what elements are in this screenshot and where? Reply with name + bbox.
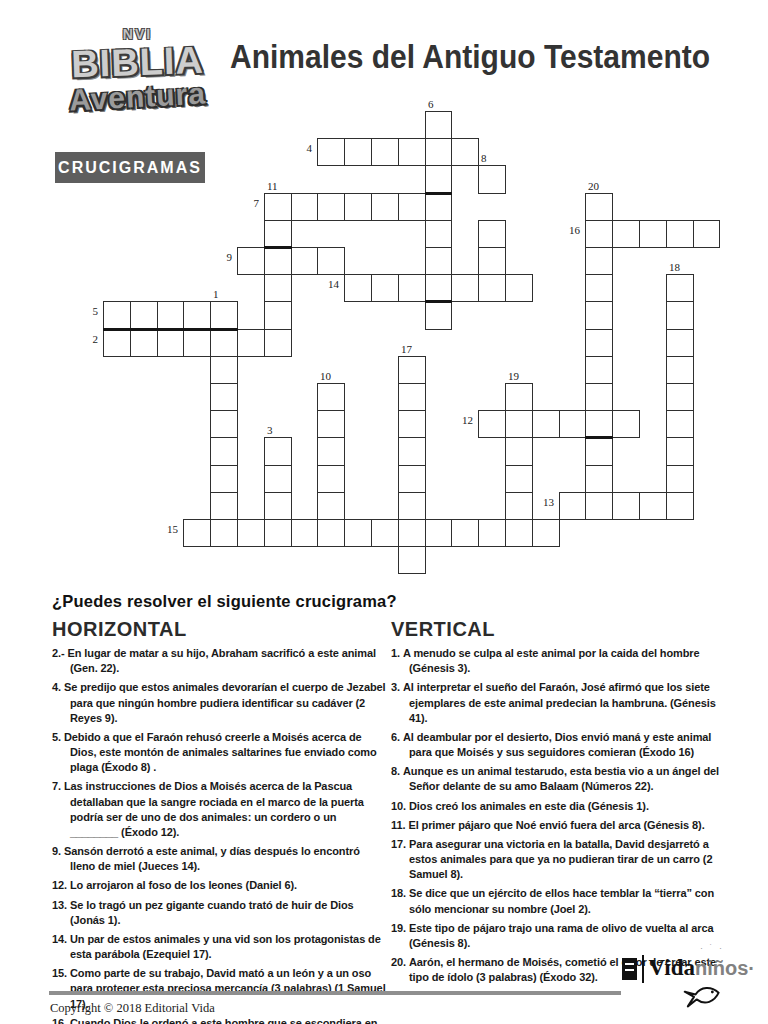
grid-cell[interactable] (532, 519, 560, 547)
clue-item: 12.Lo arrojaron al foso de los leones (D… (52, 878, 386, 893)
grid-cell[interactable] (371, 274, 399, 302)
clue-number-label: 19 (508, 370, 530, 382)
grid-cell[interactable] (264, 301, 292, 330)
copyright-text: Copyright © 2018 Editorial Vida (50, 1001, 215, 1016)
grid-cell[interactable] (425, 111, 452, 139)
clue-item: 4.Se predijo que estos animales devorarí… (52, 680, 386, 726)
grid-cell[interactable] (210, 301, 238, 330)
grid-cell[interactable] (505, 465, 533, 493)
vidaninos-logo: Vidaniños· · ˙ · (622, 955, 755, 983)
clue-item-number: 2.- (52, 647, 68, 659)
grid-cell[interactable] (344, 138, 372, 166)
grid-cell[interactable] (639, 492, 667, 520)
clue-number-label: 13 (534, 496, 554, 508)
grid-cell[interactable] (505, 274, 533, 302)
sparkle-dots: · ˙ · (700, 943, 724, 953)
clue-item: 8.Aunque es un animal testarudo, esta be… (391, 764, 724, 794)
grid-cell[interactable] (344, 193, 372, 221)
clue-item: 17.Para asegurar una victoria en la bata… (391, 837, 724, 883)
grid-cell[interactable] (666, 437, 694, 466)
grid-cell[interactable] (478, 247, 506, 275)
crossword-grid: 6487112016914185121710191231315 (0, 0, 768, 620)
grid-cell[interactable] (264, 220, 292, 248)
clue-number-label: 4 (292, 142, 312, 154)
grid-cell[interactable] (559, 492, 586, 520)
grid-cell[interactable] (398, 437, 426, 466)
grid-cell[interactable] (344, 519, 372, 547)
grid-cell[interactable] (585, 329, 613, 357)
grid-cell[interactable] (425, 220, 452, 248)
grid-cell[interactable] (666, 410, 694, 438)
horizontal-heading: HORIZONTAL (52, 618, 386, 641)
clue-number-label: 17 (401, 343, 423, 355)
grid-cell[interactable] (264, 465, 292, 493)
grid-cell[interactable] (237, 247, 265, 275)
grid-cell[interactable] (585, 301, 613, 330)
grid-cell[interactable] (612, 492, 640, 520)
grid-cell[interactable] (317, 519, 345, 547)
grid-cell[interactable] (317, 247, 345, 275)
grid-cell[interactable] (183, 301, 211, 330)
clue-item: 13.Se lo tragó un pez gigante cuando tra… (52, 898, 386, 928)
clue-item-number: 19. (391, 922, 409, 934)
clue-item-number: 11. (391, 819, 408, 831)
clue-number-label: 3 (267, 424, 289, 436)
clue-item-number: 10. (391, 800, 409, 812)
grid-cell[interactable] (585, 247, 613, 275)
grid-cell[interactable] (451, 138, 479, 166)
grid-cell[interactable] (210, 356, 238, 384)
grid-cell[interactable] (639, 220, 667, 248)
grid-cell[interactable] (371, 138, 399, 166)
clue-number-label: 8 (481, 152, 503, 164)
clue-item: 14.Un par de estos animales y una vid so… (52, 932, 386, 962)
clue-item: 16.Cuando Dios le ordenó a este hombre q… (52, 1016, 386, 1024)
grid-cell[interactable] (291, 193, 318, 221)
word-divider-bold-line (103, 328, 238, 331)
grid-cell[interactable] (264, 274, 292, 302)
grid-cell[interactable] (317, 193, 345, 221)
grid-cell[interactable] (371, 519, 399, 547)
clue-number-label: 10 (320, 370, 342, 382)
grid-cell[interactable] (317, 492, 345, 520)
clue-item-number: 9. (52, 845, 64, 857)
clue-item-number: 16. (52, 1017, 70, 1024)
clue-item: 7.Las instrucciones de Dios a Moisés ace… (52, 779, 386, 840)
horizontal-clues-section: HORIZONTAL 2.-En lugar de matar a su hij… (52, 618, 386, 1024)
clue-item-number: 20. (391, 956, 409, 968)
grid-cell[interactable] (505, 410, 533, 438)
grid-cell[interactable] (183, 329, 211, 357)
clue-item: 3.Al interpretar el sueño del Faraón, Jo… (391, 680, 724, 726)
clue-number-label: 14 (319, 278, 339, 290)
grid-cell[interactable] (317, 410, 345, 438)
grid-cell[interactable] (398, 410, 426, 438)
grid-cell[interactable] (585, 492, 613, 520)
grid-cell[interactable] (317, 437, 345, 466)
grid-cell[interactable] (505, 383, 533, 411)
grid-cell[interactable] (398, 465, 426, 493)
clue-item-number: 1. (391, 647, 403, 659)
grid-cell[interactable] (103, 301, 131, 330)
grid-cell[interactable] (585, 193, 613, 221)
grid-cell[interactable] (666, 356, 694, 384)
grid-cell[interactable] (103, 329, 131, 357)
grid-cell[interactable] (210, 437, 238, 466)
grid-cell[interactable] (693, 220, 720, 248)
clue-item-number: 15. (52, 967, 70, 979)
grid-cell[interactable] (478, 274, 506, 302)
word-divider-bold-line (425, 300, 452, 303)
grid-cell[interactable] (237, 329, 265, 357)
grid-cell[interactable] (371, 193, 399, 221)
clue-number-label: 11 (267, 180, 289, 192)
clue-number-label: 2 (78, 333, 98, 345)
grid-cell[interactable] (478, 220, 506, 248)
clue-number-label: 16 (560, 224, 580, 236)
grid-cell[interactable] (130, 301, 158, 330)
grid-cell[interactable] (425, 519, 452, 547)
word-divider-bold-line (264, 246, 292, 249)
grid-cell[interactable] (666, 465, 694, 493)
clue-item: 5.Debido a que el Faraón rehusó creerle … (52, 730, 386, 776)
grid-cell[interactable] (585, 410, 613, 438)
horizontal-clues-list: 2.-En lugar de matar a su hijo, Abraham … (52, 646, 386, 1024)
grid-cell[interactable] (478, 165, 506, 194)
grid-cell[interactable] (398, 274, 426, 302)
clue-item: 11.El primer pájaro que Noé envió fuera … (391, 818, 724, 833)
grid-cell[interactable] (585, 383, 613, 411)
vertical-heading: VERTICAL (391, 618, 724, 641)
clue-item-number: 6. (391, 731, 403, 743)
grid-cell[interactable] (585, 356, 613, 384)
grid-cell[interactable] (291, 519, 318, 547)
grid-cell[interactable] (398, 546, 426, 574)
grid-cell[interactable] (666, 329, 694, 357)
clue-item-number: 14. (52, 933, 70, 945)
grid-cell[interactable] (532, 410, 560, 438)
clue-item-number: 17. (391, 838, 409, 850)
clue-item-number: 7. (52, 780, 64, 792)
grid-cell[interactable] (398, 356, 426, 384)
grid-cell[interactable] (264, 519, 292, 547)
clue-number-label: 5 (78, 305, 98, 317)
clue-item: 18.Se dice que un ejército de ellos hace… (391, 886, 724, 916)
grid-cell[interactable] (478, 519, 506, 547)
grid-cell[interactable] (210, 492, 238, 520)
clue-number-label: 6 (428, 98, 450, 110)
vertical-clues-section: VERTICAL 1.A menudo se culpa al este ani… (391, 618, 724, 989)
clue-number-label: 9 (212, 251, 232, 263)
grid-cell[interactable] (666, 383, 694, 411)
grid-cell[interactable] (398, 383, 426, 411)
clue-number-label: 1 (213, 288, 235, 300)
clue-item: 2.-En lugar de matar a su hijo, Abraham … (52, 646, 386, 676)
grid-cell[interactable] (425, 274, 452, 302)
footer-divider (49, 991, 621, 995)
book-icon (622, 958, 637, 980)
grid-cell[interactable] (210, 383, 238, 411)
grid-cell[interactable] (210, 410, 238, 438)
grid-cell[interactable] (425, 165, 452, 194)
grid-cell[interactable] (666, 274, 694, 302)
brand-dot: · (748, 957, 755, 979)
clue-item-number: 5. (52, 731, 64, 743)
clue-item: 19.Este tipo de pájaro trajo una rama de… (391, 921, 724, 951)
grid-cell[interactable] (157, 329, 184, 357)
grid-cell[interactable] (264, 437, 292, 466)
clue-item-number: 13. (52, 899, 70, 911)
grid-cell[interactable] (478, 410, 506, 438)
grid-cell[interactable] (291, 247, 318, 275)
clue-item-number: 4. (52, 681, 64, 693)
grid-cell[interactable] (317, 465, 345, 493)
grid-cell[interactable] (317, 138, 345, 166)
clue-item-number: 18. (391, 887, 409, 899)
grid-cell[interactable] (505, 437, 533, 466)
clue-item: 9.Sansón derrotó a este animal, y días d… (52, 844, 386, 874)
grid-cell[interactable] (505, 492, 533, 520)
grid-cell[interactable] (666, 492, 694, 520)
grid-cell[interactable] (585, 437, 613, 466)
grid-cell[interactable] (425, 138, 452, 166)
grid-cell[interactable] (344, 274, 372, 302)
grid-cell[interactable] (425, 193, 452, 221)
grid-cell[interactable] (425, 301, 452, 330)
grid-cell[interactable] (210, 465, 238, 493)
brand-vida-text: Vida (649, 955, 695, 980)
grid-cell[interactable] (585, 274, 613, 302)
clue-number-label: 15 (158, 523, 178, 535)
grid-cell[interactable] (264, 193, 292, 221)
grid-cell[interactable] (183, 519, 211, 547)
grid-cell[interactable] (264, 492, 292, 520)
grid-cell[interactable] (398, 138, 426, 166)
grid-cell[interactable] (398, 193, 426, 221)
grid-cell[interactable] (612, 220, 640, 248)
grid-cell[interactable] (585, 220, 613, 248)
grid-cell[interactable] (264, 329, 292, 357)
grid-cell[interactable] (398, 492, 426, 520)
clue-item-number: 8. (391, 765, 403, 777)
clue-item: 1.A menudo se culpa al este animal por l… (391, 646, 724, 676)
grid-cell[interactable] (505, 519, 533, 547)
grid-cell[interactable] (451, 274, 479, 302)
grid-cell[interactable] (451, 519, 479, 547)
logo-divider-bar (642, 955, 644, 983)
vertical-clues-list: 1.A menudo se culpa al este animal por l… (391, 646, 724, 985)
grid-cell[interactable] (666, 301, 694, 330)
clue-item: 10.Dios creó los animales en este dia (G… (391, 799, 724, 814)
clue-item-number: 3. (391, 681, 403, 693)
grid-cell[interactable] (210, 519, 238, 547)
clue-item: 6.Al deambular por el desierto, Dios env… (391, 730, 724, 760)
grid-cell[interactable] (210, 329, 238, 357)
brand-ninos-text: niños (695, 957, 748, 979)
clue-number-label: 18 (669, 261, 691, 273)
grid-cell[interactable] (157, 301, 184, 330)
clue-number-label: 20 (588, 180, 610, 192)
grid-cell[interactable] (264, 247, 292, 275)
intro-question: ¿Puedes resolver el siguiente crucigrama… (52, 592, 397, 611)
grid-cell[interactable] (398, 519, 426, 547)
grid-cell[interactable] (559, 410, 586, 438)
word-divider-bold-line (585, 436, 613, 439)
clue-number-label: 12 (453, 414, 473, 426)
clue-number-label: 7 (239, 197, 259, 209)
grid-cell[interactable] (130, 329, 158, 357)
grid-cell[interactable] (425, 247, 452, 275)
word-divider-bold-line (425, 192, 452, 195)
grid-cell[interactable] (666, 220, 694, 248)
clue-item-number: 12. (52, 879, 70, 891)
grid-cell[interactable] (585, 465, 613, 493)
grid-cell[interactable] (317, 383, 345, 411)
grid-cell[interactable] (237, 519, 265, 547)
grid-cell[interactable] (612, 410, 640, 438)
